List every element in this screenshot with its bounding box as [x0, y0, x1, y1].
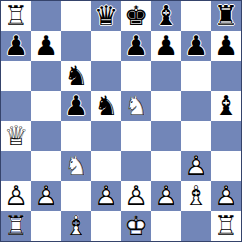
square-e1[interactable]: ♚♔ [121, 211, 151, 241]
square-a7[interactable]: ♟ [1, 31, 31, 61]
square-a6[interactable] [1, 61, 31, 91]
white-piece-outline-layer: ♙ [1, 181, 31, 211]
square-g5[interactable] [181, 91, 211, 121]
square-d8[interactable]: ♛ [91, 1, 121, 31]
piece-white-pawn[interactable]: ♟♙ [151, 181, 181, 211]
black-piece-glyph-layer: ♟ [1, 31, 31, 61]
piece-black-queen[interactable]: ♛ [91, 1, 121, 31]
square-h8[interactable]: ♜ [211, 1, 241, 31]
white-piece-outline-layer: ♕ [1, 121, 31, 151]
piece-white-pawn[interactable]: ♟♙ [1, 181, 31, 211]
piece-white-pawn[interactable]: ♟♙ [211, 181, 241, 211]
piece-black-pawn[interactable]: ♟ [211, 31, 241, 61]
black-piece-glyph-layer: ♛ [91, 1, 121, 31]
square-e7[interactable]: ♟ [121, 31, 151, 61]
black-piece-glyph-layer: ♚ [121, 1, 151, 31]
square-h5[interactable]: ♝ [211, 91, 241, 121]
piece-black-bishop[interactable]: ♝ [151, 1, 181, 31]
square-e3[interactable] [121, 151, 151, 181]
square-d4[interactable] [91, 121, 121, 151]
square-f8[interactable]: ♝ [151, 1, 181, 31]
square-d6[interactable] [91, 61, 121, 91]
square-f7[interactable]: ♟ [151, 31, 181, 61]
square-c8[interactable] [61, 1, 91, 31]
piece-black-pawn[interactable]: ♟ [181, 31, 211, 61]
piece-white-bishop[interactable]: ♝♗ [61, 211, 91, 241]
square-g3[interactable]: ♟♙ [181, 151, 211, 181]
piece-black-king[interactable]: ♚ [121, 1, 151, 31]
square-a2[interactable]: ♟♙ [1, 181, 31, 211]
square-f5[interactable] [151, 91, 181, 121]
black-piece-glyph-layer: ♟ [61, 91, 91, 121]
black-piece-glyph-layer: ♟ [211, 31, 241, 61]
piece-white-queen[interactable]: ♛♕ [1, 121, 31, 151]
square-c1[interactable]: ♝♗ [61, 211, 91, 241]
piece-white-pawn[interactable]: ♟♙ [121, 181, 151, 211]
piece-black-pawn[interactable]: ♟ [31, 31, 61, 61]
square-h1[interactable]: ♜♖ [211, 211, 241, 241]
square-d2[interactable]: ♟♙ [91, 181, 121, 211]
square-c7[interactable] [61, 31, 91, 61]
piece-white-pawn[interactable]: ♟♙ [181, 151, 211, 181]
piece-black-pawn[interactable]: ♟ [151, 31, 181, 61]
black-piece-glyph-layer: ♝ [211, 91, 241, 121]
square-c2[interactable] [61, 181, 91, 211]
square-g7[interactable]: ♟ [181, 31, 211, 61]
white-piece-outline-layer: ♖ [1, 211, 31, 241]
square-a8[interactable]: ♜♖ [1, 1, 31, 31]
white-piece-outline-layer: ♖ [211, 211, 241, 241]
piece-black-rook[interactable]: ♜ [211, 1, 241, 31]
black-piece-glyph-layer: ♟ [181, 31, 211, 61]
square-b6[interactable] [31, 61, 61, 91]
white-piece-outline-layer: ♙ [91, 181, 121, 211]
square-a1[interactable]: ♜♖ [1, 211, 31, 241]
piece-black-pawn[interactable]: ♟ [61, 91, 91, 121]
piece-black-bishop[interactable]: ♝ [211, 91, 241, 121]
piece-white-knight[interactable]: ♞♘ [121, 91, 151, 121]
piece-white-pawn[interactable]: ♟♙ [31, 181, 61, 211]
white-piece-outline-layer: ♔ [121, 211, 151, 241]
square-b8[interactable] [31, 1, 61, 31]
white-piece-outline-layer: ♘ [121, 91, 151, 121]
square-e8[interactable]: ♚ [121, 1, 151, 31]
square-h2[interactable]: ♟♙ [211, 181, 241, 211]
square-f2[interactable]: ♟♙ [151, 181, 181, 211]
square-e6[interactable] [121, 61, 151, 91]
white-piece-outline-layer: ♗ [181, 181, 211, 211]
black-piece-glyph-layer: ♞ [91, 91, 121, 121]
square-d5[interactable]: ♞ [91, 91, 121, 121]
black-piece-glyph-layer: ♞ [61, 61, 91, 91]
square-b1[interactable] [31, 211, 61, 241]
black-piece-glyph-layer: ♟ [31, 31, 61, 61]
square-e5[interactable]: ♞♘ [121, 91, 151, 121]
square-f6[interactable] [151, 61, 181, 91]
square-c4[interactable] [61, 121, 91, 151]
square-g2[interactable]: ♝♗ [181, 181, 211, 211]
piece-white-knight[interactable]: ♞♘ [61, 151, 91, 181]
square-b4[interactable] [31, 121, 61, 151]
square-d3[interactable] [91, 151, 121, 181]
piece-white-rook[interactable]: ♜♖ [1, 211, 31, 241]
square-h7[interactable]: ♟ [211, 31, 241, 61]
square-b7[interactable]: ♟ [31, 31, 61, 61]
square-b2[interactable]: ♟♙ [31, 181, 61, 211]
white-piece-outline-layer: ♗ [61, 211, 91, 241]
piece-black-pawn[interactable]: ♟ [121, 31, 151, 61]
square-h4[interactable] [211, 121, 241, 151]
white-piece-outline-layer: ♙ [31, 181, 61, 211]
black-piece-glyph-layer: ♝ [151, 1, 181, 31]
square-e2[interactable]: ♟♙ [121, 181, 151, 211]
piece-white-rook[interactable]: ♜♖ [211, 211, 241, 241]
piece-white-king[interactable]: ♚♔ [121, 211, 151, 241]
square-c3[interactable]: ♞♘ [61, 151, 91, 181]
white-piece-outline-layer: ♙ [211, 181, 241, 211]
chess-board[interactable]: ♜♖♛♚♝♜♟♟♟♟♟♟♞♟♞♞♘♝♛♕♞♘♟♙♟♙♟♙♟♙♟♙♟♙♝♗♟♙♜♖… [0, 0, 242, 242]
piece-black-knight[interactable]: ♞ [91, 91, 121, 121]
white-piece-outline-layer: ♙ [121, 181, 151, 211]
square-g8[interactable] [181, 1, 211, 31]
piece-black-knight[interactable]: ♞ [61, 61, 91, 91]
square-g6[interactable] [181, 61, 211, 91]
square-g4[interactable] [181, 121, 211, 151]
piece-white-bishop[interactable]: ♝♗ [181, 181, 211, 211]
black-piece-glyph-layer: ♜ [211, 1, 241, 31]
square-b5[interactable] [31, 91, 61, 121]
square-a4[interactable]: ♛♕ [1, 121, 31, 151]
square-c6[interactable]: ♞ [61, 61, 91, 91]
square-a3[interactable] [1, 151, 31, 181]
piece-black-pawn[interactable]: ♟ [1, 31, 31, 61]
white-piece-outline-layer: ♙ [151, 181, 181, 211]
white-piece-outline-layer: ♖ [1, 1, 31, 31]
square-g1[interactable] [181, 211, 211, 241]
piece-white-pawn[interactable]: ♟♙ [91, 181, 121, 211]
white-piece-outline-layer: ♘ [61, 151, 91, 181]
square-f3[interactable] [151, 151, 181, 181]
square-c5[interactable]: ♟ [61, 91, 91, 121]
piece-white-rook[interactable]: ♜♖ [1, 1, 31, 31]
square-d1[interactable] [91, 211, 121, 241]
square-e4[interactable] [121, 121, 151, 151]
square-f1[interactable] [151, 211, 181, 241]
square-f4[interactable] [151, 121, 181, 151]
square-d7[interactable] [91, 31, 121, 61]
white-piece-outline-layer: ♙ [181, 151, 211, 181]
black-piece-glyph-layer: ♟ [121, 31, 151, 61]
square-b3[interactable] [31, 151, 61, 181]
square-a5[interactable] [1, 91, 31, 121]
black-piece-glyph-layer: ♟ [151, 31, 181, 61]
square-h3[interactable] [211, 151, 241, 181]
square-h6[interactable] [211, 61, 241, 91]
